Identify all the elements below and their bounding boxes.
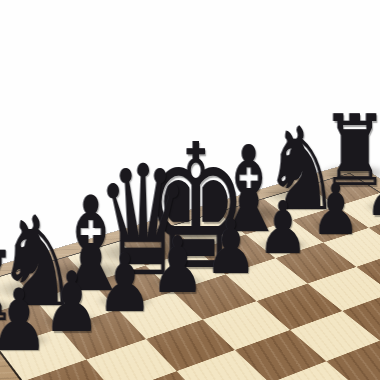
- pieces-layer: ♜♞♝♛♚♝♞♜♟♟♟♟♟♟♟♟: [0, 0, 380, 380]
- piece-black-pawn-g7[interactable]: ♟: [312, 175, 360, 245]
- piece-black-pawn-d7[interactable]: ♟: [151, 226, 205, 304]
- piece-black-pawn-c7[interactable]: ♟: [97, 243, 153, 324]
- piece-black-pawn-a7[interactable]: ♟: [0, 278, 49, 364]
- piece-black-pawn-e7[interactable]: ♟: [205, 209, 257, 284]
- piece-black-pawn-f7[interactable]: ♟: [258, 192, 308, 265]
- piece-black-pawn-b7[interactable]: ♟: [43, 261, 100, 344]
- piece-black-pawn-h7[interactable]: ♟: [366, 158, 380, 226]
- product-photo-scene: ♜♞♝♛♚♝♞♜♟♟♟♟♟♟♟♟: [0, 0, 380, 380]
